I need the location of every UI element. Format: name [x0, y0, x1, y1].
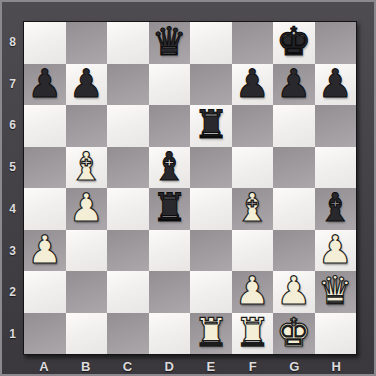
square-a5[interactable] [24, 147, 66, 189]
square-h3[interactable]: ♟ [315, 230, 357, 272]
square-c1[interactable] [107, 313, 149, 355]
piece-white-rook[interactable]: ♜ [235, 313, 270, 353]
square-h4[interactable]: ♝ [315, 188, 357, 230]
file-label-g: G [274, 356, 316, 376]
square-e6[interactable]: ♜ [190, 105, 232, 147]
piece-black-pawn[interactable]: ♟ [318, 64, 353, 104]
square-b7[interactable]: ♟ [66, 64, 108, 106]
square-f8[interactable] [232, 22, 274, 64]
piece-white-pawn[interactable]: ♟ [27, 230, 62, 270]
square-e1[interactable]: ♜ [190, 313, 232, 355]
piece-black-pawn[interactable]: ♟ [69, 64, 104, 104]
square-c2[interactable] [107, 271, 149, 313]
square-h7[interactable]: ♟ [315, 64, 357, 106]
piece-white-pawn[interactable]: ♟ [235, 271, 270, 311]
square-e7[interactable] [190, 64, 232, 106]
square-h8[interactable] [315, 22, 357, 64]
piece-white-pawn[interactable]: ♟ [69, 188, 104, 228]
rank-label-4: 4 [2, 188, 23, 230]
square-e8[interactable] [190, 22, 232, 64]
square-f3[interactable] [232, 230, 274, 272]
piece-white-bishop[interactable]: ♝ [235, 188, 270, 228]
piece-black-queen[interactable]: ♛ [152, 22, 187, 62]
square-g6[interactable] [273, 105, 315, 147]
file-label-b: B [65, 356, 107, 376]
piece-black-rook[interactable]: ♜ [152, 188, 187, 228]
file-label-h: H [315, 356, 357, 376]
square-d2[interactable] [149, 271, 191, 313]
square-e5[interactable] [190, 147, 232, 189]
piece-black-pawn[interactable]: ♟ [276, 64, 311, 104]
square-h2[interactable]: ♛ [315, 271, 357, 313]
rank-label-6: 6 [2, 105, 23, 147]
square-d7[interactable] [149, 64, 191, 106]
piece-white-rook[interactable]: ♜ [193, 313, 228, 353]
square-f7[interactable]: ♟ [232, 64, 274, 106]
square-b5[interactable]: ♝ [66, 147, 108, 189]
square-a7[interactable]: ♟ [24, 64, 66, 106]
square-d4[interactable]: ♜ [149, 188, 191, 230]
square-g5[interactable] [273, 147, 315, 189]
chess-board: ♛♚♟♟♟♟♟♜♝♝♟♜♝♝♟♟♟♟♛♜♜♚ [23, 21, 357, 355]
piece-white-queen[interactable]: ♛ [318, 271, 353, 311]
square-b3[interactable] [66, 230, 108, 272]
square-a1[interactable] [24, 313, 66, 355]
rank-label-3: 3 [2, 230, 23, 272]
piece-black-king[interactable]: ♚ [276, 22, 311, 62]
square-d6[interactable] [149, 105, 191, 147]
square-d8[interactable]: ♛ [149, 22, 191, 64]
piece-black-bishop[interactable]: ♝ [152, 147, 187, 187]
rank-label-2: 2 [2, 272, 23, 314]
square-g3[interactable] [273, 230, 315, 272]
rank-label-7: 7 [2, 63, 23, 105]
file-label-c: C [107, 356, 149, 376]
square-e3[interactable] [190, 230, 232, 272]
piece-black-pawn[interactable]: ♟ [235, 64, 270, 104]
square-e4[interactable] [190, 188, 232, 230]
file-label-a: A [23, 356, 65, 376]
rank-label-8: 8 [2, 21, 23, 63]
square-c6[interactable] [107, 105, 149, 147]
square-a2[interactable] [24, 271, 66, 313]
piece-white-pawn[interactable]: ♟ [318, 230, 353, 270]
square-f1[interactable]: ♜ [232, 313, 274, 355]
square-g7[interactable]: ♟ [273, 64, 315, 106]
file-labels: ABCDEFGH [23, 356, 357, 376]
square-d1[interactable] [149, 313, 191, 355]
square-g8[interactable]: ♚ [273, 22, 315, 64]
square-b1[interactable] [66, 313, 108, 355]
square-d5[interactable]: ♝ [149, 147, 191, 189]
board-frame: 87654321 ♛♚♟♟♟♟♟♜♝♝♟♜♝♝♟♟♟♟♛♜♜♚ ABCDEFGH [0, 0, 376, 376]
square-g2[interactable]: ♟ [273, 271, 315, 313]
square-b2[interactable] [66, 271, 108, 313]
square-h5[interactable] [315, 147, 357, 189]
piece-black-bishop[interactable]: ♝ [318, 188, 353, 228]
square-a3[interactable]: ♟ [24, 230, 66, 272]
file-label-d: D [148, 356, 190, 376]
square-c7[interactable] [107, 64, 149, 106]
square-g1[interactable]: ♚ [273, 313, 315, 355]
rank-label-5: 5 [2, 146, 23, 188]
piece-black-pawn[interactable]: ♟ [27, 64, 62, 104]
square-g4[interactable] [273, 188, 315, 230]
square-b4[interactable]: ♟ [66, 188, 108, 230]
square-f6[interactable] [232, 105, 274, 147]
square-a6[interactable] [24, 105, 66, 147]
square-e2[interactable] [190, 271, 232, 313]
square-b8[interactable] [66, 22, 108, 64]
square-f2[interactable]: ♟ [232, 271, 274, 313]
square-h1[interactable] [315, 313, 357, 355]
square-c8[interactable] [107, 22, 149, 64]
rank-label-1: 1 [2, 313, 23, 355]
piece-white-king[interactable]: ♚ [276, 313, 311, 353]
square-c3[interactable] [107, 230, 149, 272]
square-a8[interactable] [24, 22, 66, 64]
square-f5[interactable] [232, 147, 274, 189]
file-label-f: F [232, 356, 274, 376]
square-b6[interactable] [66, 105, 108, 147]
piece-white-pawn[interactable]: ♟ [276, 271, 311, 311]
piece-black-rook[interactable]: ♜ [193, 105, 228, 145]
square-a4[interactable] [24, 188, 66, 230]
square-c5[interactable] [107, 147, 149, 189]
file-label-e: E [190, 356, 232, 376]
piece-white-bishop[interactable]: ♝ [69, 147, 104, 187]
rank-labels: 87654321 [2, 21, 23, 355]
square-f4[interactable]: ♝ [232, 188, 274, 230]
square-d3[interactable] [149, 230, 191, 272]
square-c4[interactable] [107, 188, 149, 230]
square-h6[interactable] [315, 105, 357, 147]
